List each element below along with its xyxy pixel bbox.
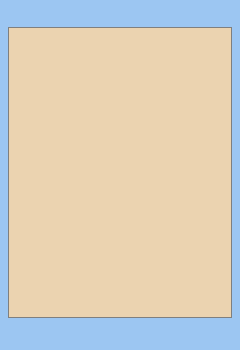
board-grid-svg [9, 28, 231, 317]
board-panel [8, 27, 232, 318]
